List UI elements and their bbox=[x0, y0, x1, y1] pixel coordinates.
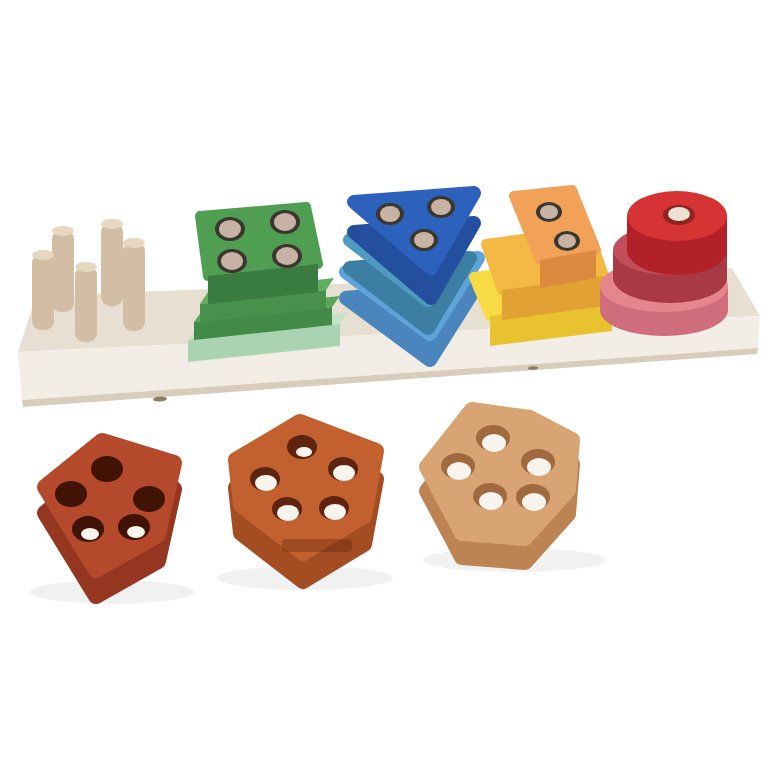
hole-light-through bbox=[127, 526, 145, 538]
hole-light-through bbox=[479, 492, 503, 510]
peg bbox=[52, 230, 74, 312]
embossed-stamp bbox=[282, 539, 352, 552]
peg-top bbox=[52, 226, 74, 236]
hole-light-through bbox=[324, 504, 346, 520]
square-top-face bbox=[200, 207, 318, 276]
peg bbox=[32, 254, 54, 330]
hole-light-through bbox=[81, 528, 99, 540]
toy-photo bbox=[0, 0, 768, 768]
peg-in-hole bbox=[221, 252, 243, 270]
hole-light-through bbox=[482, 434, 506, 452]
peg-top bbox=[75, 262, 97, 272]
hole-light-through bbox=[296, 447, 312, 457]
photo-frame bbox=[0, 0, 768, 768]
peg-in-hole bbox=[274, 213, 296, 231]
peg bbox=[75, 266, 97, 342]
peg-top bbox=[101, 219, 123, 229]
peg-top bbox=[123, 238, 145, 248]
hole-light-through bbox=[333, 465, 355, 481]
hole-light-through bbox=[255, 475, 277, 491]
hole-light-through bbox=[447, 462, 471, 480]
peg-in-hole bbox=[219, 220, 241, 238]
pentagon-hole bbox=[91, 456, 123, 482]
hole-light-through bbox=[522, 493, 546, 511]
peg bbox=[101, 223, 123, 306]
peg-in-hole bbox=[558, 234, 576, 248]
pentagon-hole bbox=[55, 481, 87, 507]
peg-in-hole bbox=[540, 205, 558, 219]
pentagon-hole bbox=[133, 486, 165, 512]
peg-in-hole bbox=[431, 199, 451, 215]
hole-light-through bbox=[277, 505, 299, 521]
peg bbox=[123, 242, 145, 331]
peg-in-hole bbox=[668, 207, 690, 221]
peg-in-hole bbox=[380, 206, 400, 222]
peg-in-hole bbox=[276, 247, 298, 265]
pentagon-piece-tan bbox=[427, 410, 572, 562]
hole-light-through bbox=[527, 458, 551, 476]
peg-in-hole bbox=[414, 232, 434, 248]
peg-top bbox=[32, 250, 54, 260]
